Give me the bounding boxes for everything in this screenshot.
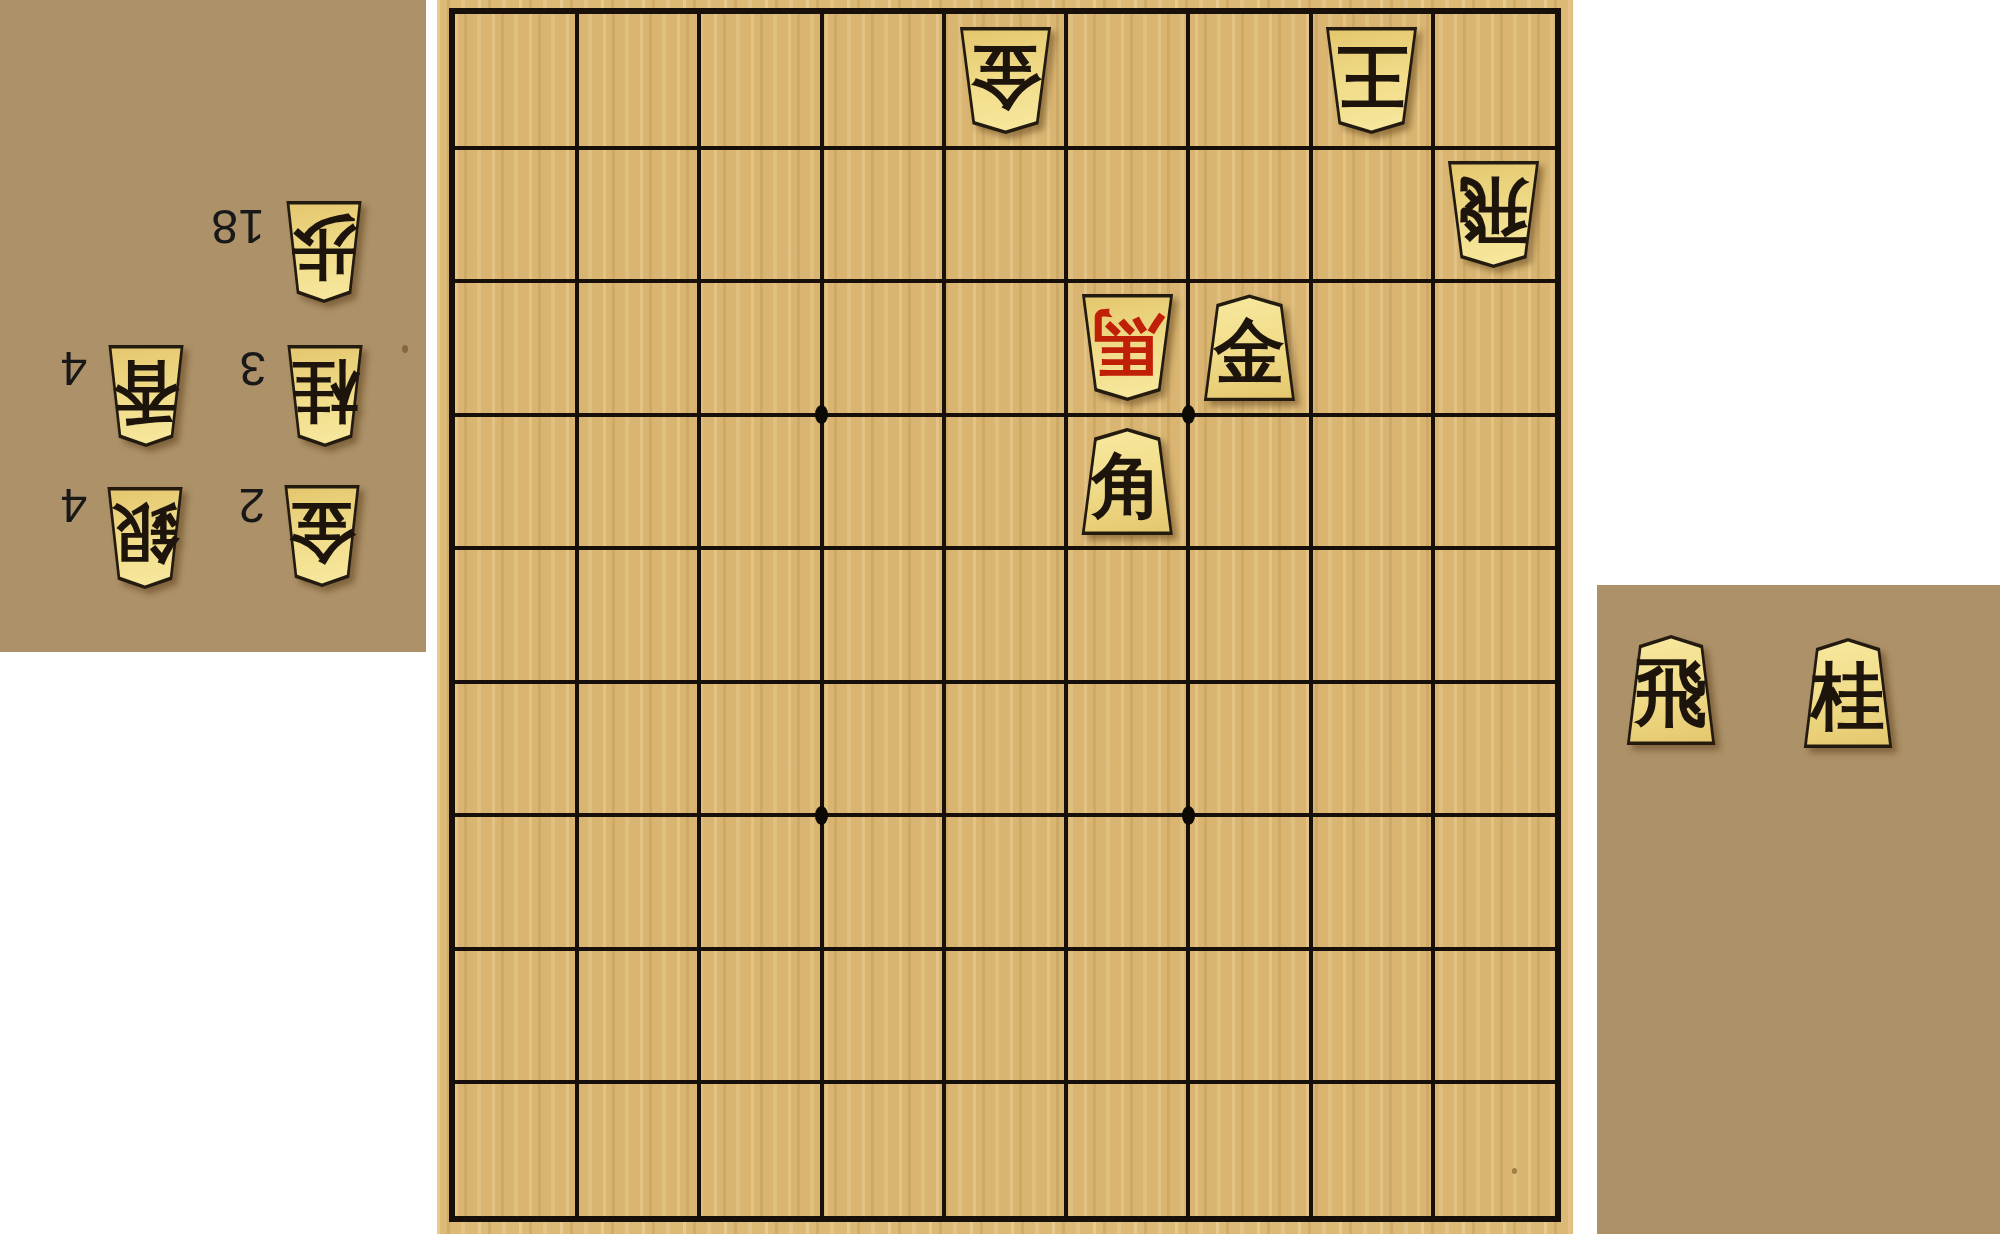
grid-hline: [455, 146, 1555, 150]
square-2b[interactable]: [1311, 148, 1433, 282]
square-2i[interactable]: [1311, 1082, 1433, 1216]
square-3h[interactable]: [1188, 949, 1310, 1083]
piece-kanji: 桂: [1801, 648, 1895, 748]
square-9b[interactable]: [455, 148, 577, 282]
square-5b[interactable]: [944, 148, 1066, 282]
square-7d[interactable]: [699, 415, 821, 549]
hand-count-gote-silver: 4: [29, 475, 119, 535]
square-1d[interactable]: [1433, 415, 1555, 549]
square-1g[interactable]: [1433, 815, 1555, 949]
square-6d[interactable]: [822, 415, 944, 549]
square-8c[interactable]: [577, 281, 699, 415]
square-8e[interactable]: [577, 548, 699, 682]
square-2c[interactable]: [1311, 281, 1433, 415]
grid-vline: [575, 14, 579, 1216]
board-piece-gote-gold-5a[interactable]: 金: [957, 27, 1054, 134]
square-6f[interactable]: [822, 682, 944, 816]
square-6h[interactable]: [822, 949, 944, 1083]
square-1c[interactable]: [1433, 281, 1555, 415]
piece-kanji: 歩: [284, 201, 364, 294]
square-3d[interactable]: [1188, 415, 1310, 549]
wood-knot: [1512, 1168, 1517, 1174]
piece-kanji: 飛: [1445, 161, 1542, 258]
grid-hline: [455, 546, 1555, 550]
square-9i[interactable]: [455, 1082, 577, 1216]
square-7g[interactable]: [699, 815, 821, 949]
square-5c[interactable]: [944, 281, 1066, 415]
square-2g[interactable]: [1311, 815, 1433, 949]
board-piece-gote-promoted-bishop-4c[interactable]: 馬: [1079, 294, 1176, 401]
grid-hline: [455, 680, 1555, 684]
square-3a[interactable]: [1188, 14, 1310, 148]
piece-kanji: 金: [957, 27, 1054, 124]
grid-vline: [820, 14, 824, 1216]
piece-kanji: 金: [1201, 304, 1298, 401]
square-3g[interactable]: [1188, 815, 1310, 949]
grid-vline: [942, 14, 946, 1216]
square-6i[interactable]: [822, 1082, 944, 1216]
piece-kanji: 王: [1323, 27, 1420, 124]
gote-hand-tray: [0, 0, 426, 652]
piece-kanji: 馬: [1079, 294, 1176, 391]
square-1a[interactable]: [1433, 14, 1555, 148]
hand-count-gote-gold: 2: [207, 475, 297, 535]
square-9a[interactable]: [455, 14, 577, 148]
square-9e[interactable]: [455, 548, 577, 682]
grid-vline: [1431, 14, 1435, 1216]
square-8h[interactable]: [577, 949, 699, 1083]
hand-count-gote-lance: 4: [29, 338, 119, 398]
grid-hline: [455, 813, 1555, 817]
hoshi-dot: [815, 806, 828, 825]
board-piece-gote-rook-1b[interactable]: 飛: [1445, 161, 1542, 268]
square-1i[interactable]: [1433, 1082, 1555, 1216]
square-6a[interactable]: [822, 14, 944, 148]
square-8i[interactable]: [577, 1082, 699, 1216]
square-7b[interactable]: [699, 148, 821, 282]
square-2e[interactable]: [1311, 548, 1433, 682]
grid-hline: [455, 413, 1555, 417]
square-8d[interactable]: [577, 415, 699, 549]
square-5i[interactable]: [944, 1082, 1066, 1216]
square-2d[interactable]: [1311, 415, 1433, 549]
square-2f[interactable]: [1311, 682, 1433, 816]
square-9g[interactable]: [455, 815, 577, 949]
square-7e[interactable]: [699, 548, 821, 682]
square-6c[interactable]: [822, 281, 944, 415]
square-1f[interactable]: [1433, 682, 1555, 816]
square-4g[interactable]: [1066, 815, 1188, 949]
square-4b[interactable]: [1066, 148, 1188, 282]
shogi-board: 金王飛馬金角: [437, 0, 1573, 1234]
grid-vline: [1186, 14, 1190, 1216]
grid-hline: [455, 279, 1555, 283]
square-3f[interactable]: [1188, 682, 1310, 816]
board-piece-sente-gold-3c[interactable]: 金: [1201, 294, 1298, 401]
hand-count-gote-knight: 3: [208, 338, 298, 398]
piece-kanji: 飛: [1624, 645, 1718, 745]
square-7f[interactable]: [699, 682, 821, 816]
square-3e[interactable]: [1188, 548, 1310, 682]
hand-piece-gote-pawn[interactable]: 歩: [284, 201, 364, 303]
hoshi-dot: [1182, 405, 1195, 424]
hand-piece-sente-rook[interactable]: 飛: [1624, 635, 1718, 745]
square-6e[interactable]: [822, 548, 944, 682]
square-9f[interactable]: [455, 682, 577, 816]
square-6g[interactable]: [822, 815, 944, 949]
square-7h[interactable]: [699, 949, 821, 1083]
board-piece-sente-bishop-4d[interactable]: 角: [1079, 428, 1176, 535]
square-8b[interactable]: [577, 148, 699, 282]
grid-hline: [455, 947, 1555, 951]
board-grid: 金王飛馬金角: [449, 8, 1561, 1222]
square-5g[interactable]: [944, 815, 1066, 949]
square-9c[interactable]: [455, 281, 577, 415]
square-6b[interactable]: [822, 148, 944, 282]
square-1e[interactable]: [1433, 548, 1555, 682]
square-4e[interactable]: [1066, 548, 1188, 682]
hand-piece-sente-knight[interactable]: 桂: [1801, 638, 1895, 748]
hand-count-gote-pawn: 18: [193, 196, 283, 256]
wood-knot: [402, 345, 408, 353]
square-4f[interactable]: [1066, 682, 1188, 816]
board-piece-gote-king-2a[interactable]: 王: [1323, 27, 1420, 134]
square-9h[interactable]: [455, 949, 577, 1083]
square-9d[interactable]: [455, 415, 577, 549]
square-3b[interactable]: [1188, 148, 1310, 282]
grid-vline: [1064, 14, 1068, 1216]
square-3i[interactable]: [1188, 1082, 1310, 1216]
grid-hline: [455, 1080, 1555, 1084]
square-5e[interactable]: [944, 548, 1066, 682]
square-4i[interactable]: [1066, 1082, 1188, 1216]
square-7c[interactable]: [699, 281, 821, 415]
square-8g[interactable]: [577, 815, 699, 949]
square-5d[interactable]: [944, 415, 1066, 549]
grid-vline: [697, 14, 701, 1216]
square-7a[interactable]: [699, 14, 821, 148]
square-5h[interactable]: [944, 949, 1066, 1083]
square-5f[interactable]: [944, 682, 1066, 816]
hoshi-dot: [1182, 806, 1195, 825]
square-2h[interactable]: [1311, 949, 1433, 1083]
piece-kanji: 角: [1079, 438, 1176, 535]
square-7i[interactable]: [699, 1082, 821, 1216]
square-4a[interactable]: [1066, 14, 1188, 148]
square-8f[interactable]: [577, 682, 699, 816]
square-1h[interactable]: [1433, 949, 1555, 1083]
square-4h[interactable]: [1066, 949, 1188, 1083]
grid-vline: [1309, 14, 1313, 1216]
square-8a[interactable]: [577, 14, 699, 148]
